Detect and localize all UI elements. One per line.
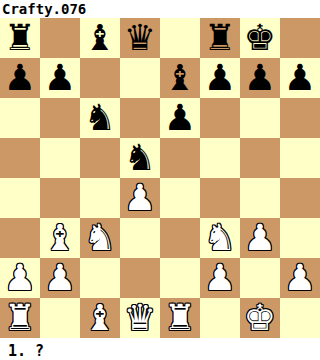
square-f2[interactable]: ♟ [200, 258, 240, 298]
piece-white-pawn[interactable]: ♟ [44, 258, 76, 298]
square-a6[interactable] [0, 98, 40, 138]
piece-black-knight[interactable]: ♞ [84, 98, 116, 138]
square-b7[interactable]: ♟ [40, 58, 80, 98]
chess-board: ♜♝♛♜♚♟♟♝♟♟♟♞♟♞♟♝♞♞♟♟♟♟♟♜♝♛♜♚ [0, 18, 320, 338]
square-b8[interactable] [40, 18, 80, 58]
piece-black-pawn[interactable]: ♟ [4, 58, 36, 98]
square-a8[interactable]: ♜ [0, 18, 40, 58]
piece-black-pawn[interactable]: ♟ [164, 98, 196, 138]
square-a7[interactable]: ♟ [0, 58, 40, 98]
square-e5[interactable] [160, 138, 200, 178]
square-h1[interactable] [280, 298, 320, 338]
piece-black-bishop[interactable]: ♝ [164, 58, 196, 98]
square-f1[interactable] [200, 298, 240, 338]
piece-white-pawn[interactable]: ♟ [244, 218, 276, 258]
square-h5[interactable] [280, 138, 320, 178]
square-d5[interactable]: ♞ [120, 138, 160, 178]
square-g2[interactable] [240, 258, 280, 298]
piece-black-pawn[interactable]: ♟ [244, 58, 276, 98]
square-g1[interactable]: ♚ [240, 298, 280, 338]
piece-white-rook[interactable]: ♜ [164, 298, 196, 338]
square-f6[interactable] [200, 98, 240, 138]
square-b4[interactable] [40, 178, 80, 218]
square-f4[interactable] [200, 178, 240, 218]
square-g8[interactable]: ♚ [240, 18, 280, 58]
square-e4[interactable] [160, 178, 200, 218]
piece-white-pawn[interactable]: ♟ [284, 258, 316, 298]
square-d8[interactable]: ♛ [120, 18, 160, 58]
piece-white-bishop[interactable]: ♝ [84, 298, 116, 338]
square-a5[interactable] [0, 138, 40, 178]
square-d3[interactable] [120, 218, 160, 258]
piece-black-rook[interactable]: ♜ [204, 18, 236, 58]
square-g7[interactable]: ♟ [240, 58, 280, 98]
piece-white-queen[interactable]: ♛ [124, 298, 156, 338]
square-c5[interactable] [80, 138, 120, 178]
square-g3[interactable]: ♟ [240, 218, 280, 258]
move-prompt: 1. ? [0, 338, 320, 360]
square-f5[interactable] [200, 138, 240, 178]
square-e1[interactable]: ♜ [160, 298, 200, 338]
square-a3[interactable] [0, 218, 40, 258]
piece-white-knight[interactable]: ♞ [84, 218, 116, 258]
square-g5[interactable] [240, 138, 280, 178]
square-c1[interactable]: ♝ [80, 298, 120, 338]
piece-black-king[interactable]: ♚ [244, 18, 276, 58]
square-f8[interactable]: ♜ [200, 18, 240, 58]
square-c8[interactable]: ♝ [80, 18, 120, 58]
square-b6[interactable] [40, 98, 80, 138]
square-a1[interactable]: ♜ [0, 298, 40, 338]
piece-white-pawn[interactable]: ♟ [124, 178, 156, 218]
square-e8[interactable] [160, 18, 200, 58]
piece-white-knight[interactable]: ♞ [204, 218, 236, 258]
square-c2[interactable] [80, 258, 120, 298]
piece-white-king[interactable]: ♚ [244, 298, 276, 338]
piece-black-pawn[interactable]: ♟ [284, 58, 316, 98]
piece-black-pawn[interactable]: ♟ [204, 58, 236, 98]
square-d1[interactable]: ♛ [120, 298, 160, 338]
square-e2[interactable] [160, 258, 200, 298]
square-h3[interactable] [280, 218, 320, 258]
square-c4[interactable] [80, 178, 120, 218]
piece-white-bishop[interactable]: ♝ [44, 218, 76, 258]
square-d7[interactable] [120, 58, 160, 98]
piece-black-bishop[interactable]: ♝ [84, 18, 116, 58]
square-h4[interactable] [280, 178, 320, 218]
square-d6[interactable] [120, 98, 160, 138]
square-h7[interactable]: ♟ [280, 58, 320, 98]
square-e7[interactable]: ♝ [160, 58, 200, 98]
piece-black-rook[interactable]: ♜ [4, 18, 36, 58]
square-b1[interactable] [40, 298, 80, 338]
square-h6[interactable] [280, 98, 320, 138]
square-b2[interactable]: ♟ [40, 258, 80, 298]
square-g4[interactable] [240, 178, 280, 218]
window-title: Crafty.076 [0, 0, 320, 18]
square-a2[interactable]: ♟ [0, 258, 40, 298]
square-a4[interactable] [0, 178, 40, 218]
square-f3[interactable]: ♞ [200, 218, 240, 258]
square-b3[interactable]: ♝ [40, 218, 80, 258]
piece-white-pawn[interactable]: ♟ [204, 258, 236, 298]
square-e6[interactable]: ♟ [160, 98, 200, 138]
square-c7[interactable] [80, 58, 120, 98]
piece-black-queen[interactable]: ♛ [124, 18, 156, 58]
crafty-window: Crafty.076 ♜♝♛♜♚♟♟♝♟♟♟♞♟♞♟♝♞♞♟♟♟♟♟♜♝♛♜♚ … [0, 0, 320, 360]
square-d2[interactable] [120, 258, 160, 298]
square-h2[interactable]: ♟ [280, 258, 320, 298]
square-c6[interactable]: ♞ [80, 98, 120, 138]
piece-white-pawn[interactable]: ♟ [4, 258, 36, 298]
piece-black-pawn[interactable]: ♟ [44, 58, 76, 98]
square-d4[interactable]: ♟ [120, 178, 160, 218]
square-h8[interactable] [280, 18, 320, 58]
square-e3[interactable] [160, 218, 200, 258]
square-b5[interactable] [40, 138, 80, 178]
piece-black-knight[interactable]: ♞ [124, 138, 156, 178]
piece-white-rook[interactable]: ♜ [4, 298, 36, 338]
square-g6[interactable] [240, 98, 280, 138]
square-f7[interactable]: ♟ [200, 58, 240, 98]
square-c3[interactable]: ♞ [80, 218, 120, 258]
